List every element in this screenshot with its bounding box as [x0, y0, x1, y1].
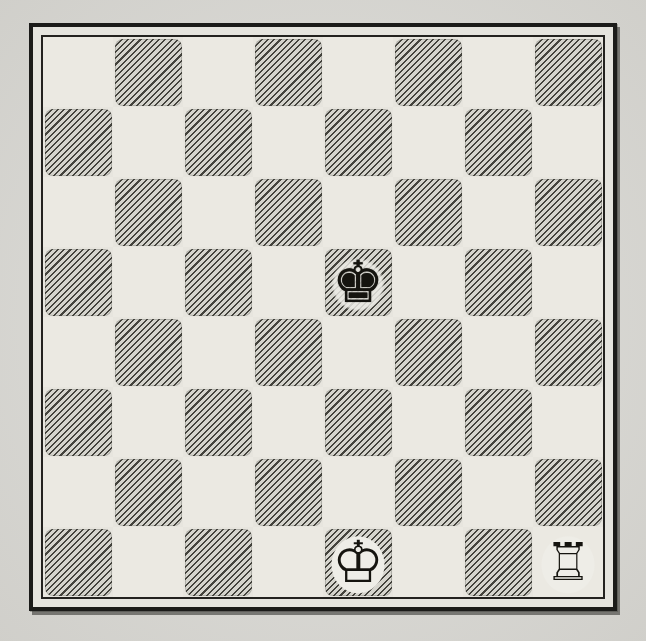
hatch-texture: [45, 249, 112, 316]
hatch-texture: [255, 459, 322, 526]
hatch-texture: [535, 39, 602, 106]
square-g2: [463, 457, 533, 527]
square-b1: [113, 527, 183, 597]
square-d4: [253, 317, 323, 387]
hatch-texture: [465, 249, 532, 316]
square-c8: [183, 37, 253, 107]
hatch-texture: [115, 319, 182, 386]
square-a3: [43, 387, 113, 457]
square-a4: [43, 317, 113, 387]
square-e6: [323, 177, 393, 247]
hatch-texture: [395, 39, 462, 106]
hatch-texture: [185, 529, 252, 596]
hatch-texture: [255, 179, 322, 246]
hatch-texture: [115, 39, 182, 106]
square-f1: [393, 527, 463, 597]
square-c7: [183, 107, 253, 177]
hatch-texture: [395, 459, 462, 526]
hatch-texture: [45, 389, 112, 456]
square-c2: [183, 457, 253, 527]
square-a8: [43, 37, 113, 107]
square-g5: [463, 247, 533, 317]
chess-board: ♚♔♖: [43, 37, 603, 597]
piece-white-king: ♔: [323, 527, 393, 597]
hatch-texture: [45, 529, 112, 596]
square-h7: [533, 107, 603, 177]
square-a1: [43, 527, 113, 597]
square-b4: [113, 317, 183, 387]
square-h3: [533, 387, 603, 457]
square-b2: [113, 457, 183, 527]
square-c4: [183, 317, 253, 387]
square-g4: [463, 317, 533, 387]
square-d8: [253, 37, 323, 107]
hatch-texture: [45, 109, 112, 176]
square-f4: [393, 317, 463, 387]
square-a5: [43, 247, 113, 317]
square-c1: [183, 527, 253, 597]
hatch-texture: [115, 459, 182, 526]
square-b7: [113, 107, 183, 177]
square-f3: [393, 387, 463, 457]
square-c6: [183, 177, 253, 247]
square-f8: [393, 37, 463, 107]
square-e5: ♚: [323, 247, 393, 317]
square-h6: [533, 177, 603, 247]
square-e1: ♔: [323, 527, 393, 597]
square-b5: [113, 247, 183, 317]
square-c3: [183, 387, 253, 457]
square-d5: [253, 247, 323, 317]
piece-white-rook: ♖: [533, 527, 603, 597]
square-f6: [393, 177, 463, 247]
square-h5: [533, 247, 603, 317]
square-a6: [43, 177, 113, 247]
square-f7: [393, 107, 463, 177]
square-h2: [533, 457, 603, 527]
square-e7: [323, 107, 393, 177]
square-e4: [323, 317, 393, 387]
square-g8: [463, 37, 533, 107]
square-c5: [183, 247, 253, 317]
hatch-texture: [465, 389, 532, 456]
square-f2: [393, 457, 463, 527]
square-g3: [463, 387, 533, 457]
page-background: ♚♔♖: [0, 0, 646, 641]
hatch-texture: [535, 459, 602, 526]
hatch-texture: [185, 109, 252, 176]
square-b6: [113, 177, 183, 247]
square-g1: [463, 527, 533, 597]
square-d7: [253, 107, 323, 177]
square-a2: [43, 457, 113, 527]
square-d3: [253, 387, 323, 457]
board-inner-border: ♚♔♖: [41, 35, 605, 599]
square-a7: [43, 107, 113, 177]
square-f5: [393, 247, 463, 317]
square-e3: [323, 387, 393, 457]
board-frame: ♚♔♖: [29, 23, 617, 611]
hatch-texture: [255, 319, 322, 386]
hatch-texture: [115, 179, 182, 246]
square-h8: [533, 37, 603, 107]
square-d2: [253, 457, 323, 527]
hatch-texture: [395, 179, 462, 246]
hatch-texture: [395, 319, 462, 386]
hatch-texture: [325, 389, 392, 456]
square-g6: [463, 177, 533, 247]
square-e8: [323, 37, 393, 107]
square-h4: [533, 317, 603, 387]
hatch-texture: [465, 109, 532, 176]
square-d1: [253, 527, 323, 597]
square-e2: [323, 457, 393, 527]
hatch-texture: [465, 529, 532, 596]
piece-black-king: ♚: [323, 247, 393, 317]
hatch-texture: [325, 109, 392, 176]
hatch-texture: [185, 389, 252, 456]
hatch-texture: [185, 249, 252, 316]
hatch-texture: [255, 39, 322, 106]
square-d6: [253, 177, 323, 247]
hatch-texture: [535, 179, 602, 246]
square-b8: [113, 37, 183, 107]
hatch-texture: [535, 319, 602, 386]
square-b3: [113, 387, 183, 457]
square-h1: ♖: [533, 527, 603, 597]
square-g7: [463, 107, 533, 177]
